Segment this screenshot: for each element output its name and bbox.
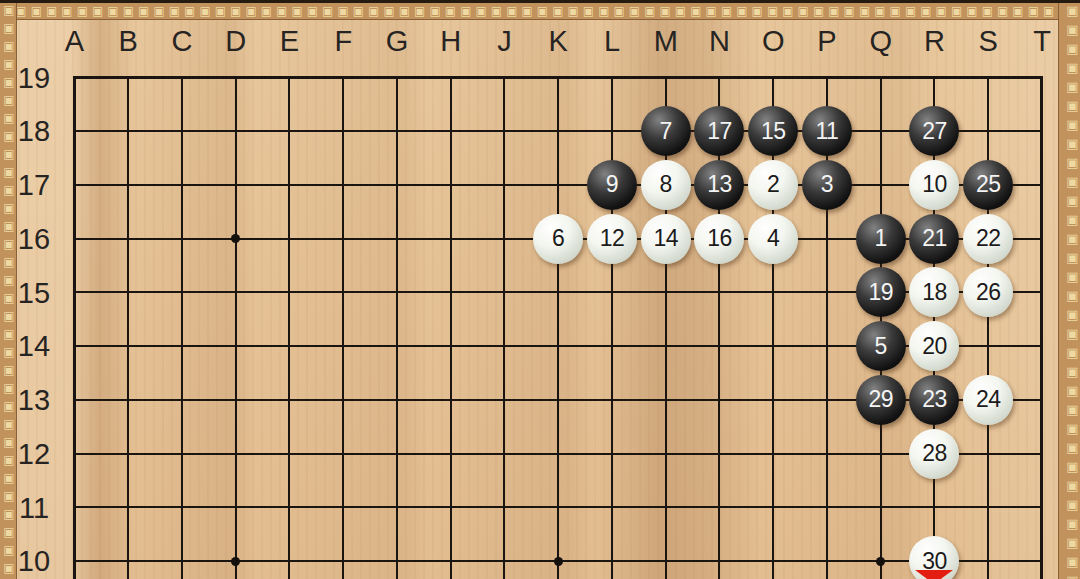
move-number: 19 — [868, 279, 893, 306]
intersection-J18[interactable] — [478, 104, 532, 158]
intersection-C15[interactable] — [155, 266, 209, 320]
black-stone-N17[interactable]: 13 — [694, 160, 744, 210]
intersection-K18[interactable] — [531, 104, 585, 158]
intersection-S16[interactable]: 22 — [961, 212, 1015, 266]
white-stone-K16[interactable]: 6 — [533, 214, 583, 264]
intersection-R14[interactable]: 20 — [908, 319, 962, 373]
intersection-H17[interactable] — [424, 158, 478, 212]
star-point-K10 — [554, 557, 563, 566]
intersection-F10[interactable] — [316, 534, 370, 579]
black-stone-M18[interactable]: 7 — [641, 106, 691, 156]
intersection-K10[interactable] — [531, 534, 585, 579]
intersection-R16[interactable]: 21 — [908, 212, 962, 266]
intersection-P11[interactable] — [800, 481, 854, 535]
intersection-C11[interactable] — [155, 481, 209, 535]
intersection-Q14[interactable]: 5 — [854, 319, 908, 373]
intersection-A18[interactable] — [48, 104, 102, 158]
intersection-K16[interactable]: 6 — [531, 212, 585, 266]
intersection-M19[interactable] — [639, 51, 693, 105]
intersection-L13[interactable] — [585, 373, 639, 427]
intersection-F16[interactable] — [316, 212, 370, 266]
intersection-C19[interactable] — [155, 51, 209, 105]
intersection-J10[interactable] — [478, 534, 532, 579]
intersection-E13[interactable] — [263, 373, 317, 427]
intersection-S10[interactable] — [961, 534, 1015, 579]
intersection-G13[interactable] — [370, 373, 424, 427]
intersection-S12[interactable] — [961, 427, 1015, 481]
intersection-N19[interactable] — [693, 51, 747, 105]
move-number: 18 — [922, 279, 947, 306]
intersection-D12[interactable] — [209, 427, 263, 481]
move-number: 29 — [868, 386, 893, 413]
intersection-L11[interactable] — [585, 481, 639, 535]
black-stone-Q13[interactable]: 29 — [856, 375, 906, 425]
intersection-O18[interactable]: 15 — [746, 104, 800, 158]
intersection-G10[interactable] — [370, 534, 424, 579]
intersection-P18[interactable]: 11 — [800, 104, 854, 158]
intersection-S13[interactable]: 24 — [961, 373, 1015, 427]
intersection-L10[interactable] — [585, 534, 639, 579]
intersection-J17[interactable] — [478, 158, 532, 212]
black-stone-Q14[interactable]: 5 — [856, 321, 906, 371]
intersection-A13[interactable] — [48, 373, 102, 427]
intersection-F13[interactable] — [316, 373, 370, 427]
move-number: 24 — [976, 386, 1001, 413]
intersection-G15[interactable] — [370, 266, 424, 320]
move-number: 26 — [976, 279, 1001, 306]
intersection-O12[interactable] — [746, 427, 800, 481]
intersection-K15[interactable] — [531, 266, 585, 320]
intersection-C10[interactable] — [155, 534, 209, 579]
move-number: 22 — [976, 225, 1001, 252]
white-stone-N16[interactable]: 16 — [694, 214, 744, 264]
intersection-C16[interactable] — [155, 212, 209, 266]
black-stone-Q15[interactable]: 19 — [856, 267, 906, 317]
top-border-line — [0, 0, 1080, 3]
intersection-B15[interactable] — [101, 266, 155, 320]
intersection-Q11[interactable] — [854, 481, 908, 535]
intersection-D16[interactable] — [209, 212, 263, 266]
intersection-R10[interactable]: 30 — [908, 534, 962, 579]
intersection-B12[interactable] — [101, 427, 155, 481]
intersection-F11[interactable] — [316, 481, 370, 535]
intersection-F17[interactable] — [316, 158, 370, 212]
intersection-J16[interactable] — [478, 212, 532, 266]
intersection-O15[interactable] — [746, 266, 800, 320]
move-number: 21 — [922, 225, 947, 252]
white-stone-M16[interactable]: 14 — [641, 214, 691, 264]
intersection-S14[interactable] — [961, 319, 1015, 373]
intersection-K13[interactable] — [531, 373, 585, 427]
intersection-N18[interactable]: 17 — [693, 104, 747, 158]
intersection-Q13[interactable]: 29 — [854, 373, 908, 427]
intersection-B11[interactable] — [101, 481, 155, 535]
intersection-H18[interactable] — [424, 104, 478, 158]
intersection-M15[interactable] — [639, 266, 693, 320]
intersection-N17[interactable]: 13 — [693, 158, 747, 212]
intersection-Q18[interactable] — [854, 104, 908, 158]
intersection-P16[interactable] — [800, 212, 854, 266]
intersection-O16[interactable]: 4 — [746, 212, 800, 266]
black-stone-P18[interactable]: 11 — [802, 106, 852, 156]
intersection-P13[interactable] — [800, 373, 854, 427]
intersection-M11[interactable] — [639, 481, 693, 535]
move-number: 15 — [761, 118, 786, 145]
intersection-K19[interactable] — [531, 51, 585, 105]
intersection-N12[interactable] — [693, 427, 747, 481]
intersection-J11[interactable] — [478, 481, 532, 535]
move-number: 12 — [600, 225, 625, 252]
intersection-H15[interactable] — [424, 266, 478, 320]
intersection-S18[interactable] — [961, 104, 1015, 158]
intersection-R19[interactable] — [908, 51, 962, 105]
white-stone-M17[interactable]: 8 — [641, 160, 691, 210]
black-stone-N18[interactable]: 17 — [694, 106, 744, 156]
star-point-D10 — [231, 557, 240, 566]
intersection-L16[interactable]: 12 — [585, 212, 639, 266]
intersection-B14[interactable] — [101, 319, 155, 373]
intersection-A19[interactable] — [48, 51, 102, 105]
intersection-O19[interactable] — [746, 51, 800, 105]
intersection-E17[interactable] — [263, 158, 317, 212]
intersection-S17[interactable]: 25 — [961, 158, 1015, 212]
intersection-L17[interactable]: 9 — [585, 158, 639, 212]
move-number: 2 — [767, 171, 779, 198]
intersection-H11[interactable] — [424, 481, 478, 535]
intersection-M16[interactable]: 14 — [639, 212, 693, 266]
intersection-C13[interactable] — [155, 373, 209, 427]
intersection-O10[interactable] — [746, 534, 800, 579]
intersection-A10[interactable] — [48, 534, 102, 579]
move-number: 27 — [922, 118, 947, 145]
intersection-A14[interactable] — [48, 319, 102, 373]
intersection-B10[interactable] — [101, 534, 155, 579]
intersection-A15[interactable] — [48, 266, 102, 320]
intersection-H16[interactable] — [424, 212, 478, 266]
white-stone-S13[interactable]: 24 — [963, 375, 1013, 425]
intersection-B16[interactable] — [101, 212, 155, 266]
intersection-M12[interactable] — [639, 427, 693, 481]
intersection-E12[interactable] — [263, 427, 317, 481]
black-stone-P17[interactable]: 3 — [802, 160, 852, 210]
intersection-A17[interactable] — [48, 158, 102, 212]
move-number: 23 — [922, 386, 947, 413]
intersection-G17[interactable] — [370, 158, 424, 212]
intersection-R18[interactable]: 27 — [908, 104, 962, 158]
intersection-B18[interactable] — [101, 104, 155, 158]
intersection-Q12[interactable] — [854, 427, 908, 481]
board: 7171511279813231025612141641212219182652… — [48, 51, 1069, 579]
move-number: 4 — [767, 225, 779, 252]
intersection-R17[interactable]: 10 — [908, 158, 962, 212]
intersection-N10[interactable] — [693, 534, 747, 579]
intersection-J14[interactable] — [478, 319, 532, 373]
move-number: 11 — [816, 118, 839, 145]
intersection-C14[interactable] — [155, 319, 209, 373]
intersection-R13[interactable]: 23 — [908, 373, 962, 427]
intersection-E19[interactable] — [263, 51, 317, 105]
intersection-E16[interactable] — [263, 212, 317, 266]
intersection-N14[interactable] — [693, 319, 747, 373]
intersection-F18[interactable] — [316, 104, 370, 158]
move-number: 7 — [660, 118, 672, 145]
white-stone-R14[interactable]: 20 — [909, 321, 959, 371]
intersection-M18[interactable]: 7 — [639, 104, 693, 158]
intersection-F12[interactable] — [316, 427, 370, 481]
intersection-D17[interactable] — [209, 158, 263, 212]
intersection-J15[interactable] — [478, 266, 532, 320]
intersection-O17[interactable]: 2 — [746, 158, 800, 212]
move-number: 10 — [922, 171, 947, 198]
intersection-L12[interactable] — [585, 427, 639, 481]
intersection-J12[interactable] — [478, 427, 532, 481]
intersection-E18[interactable] — [263, 104, 317, 158]
intersection-P12[interactable] — [800, 427, 854, 481]
intersection-K14[interactable] — [531, 319, 585, 373]
black-stone-R16[interactable]: 21 — [909, 214, 959, 264]
intersection-Q10[interactable] — [854, 534, 908, 579]
intersection-E11[interactable] — [263, 481, 317, 535]
intersection-D15[interactable] — [209, 266, 263, 320]
intersection-F19[interactable] — [316, 51, 370, 105]
intersection-L19[interactable] — [585, 51, 639, 105]
intersection-P19[interactable] — [800, 51, 854, 105]
intersection-C18[interactable] — [155, 104, 209, 158]
intersection-C17[interactable] — [155, 158, 209, 212]
intersection-E15[interactable] — [263, 266, 317, 320]
intersection-N15[interactable] — [693, 266, 747, 320]
intersection-Q17[interactable] — [854, 158, 908, 212]
white-stone-S16[interactable]: 22 — [963, 214, 1013, 264]
intersection-D13[interactable] — [209, 373, 263, 427]
white-stone-O17[interactable]: 2 — [748, 160, 798, 210]
intersection-A12[interactable] — [48, 427, 102, 481]
intersection-P10[interactable] — [800, 534, 854, 579]
intersection-D10[interactable] — [209, 534, 263, 579]
intersection-L14[interactable] — [585, 319, 639, 373]
intersection-B19[interactable] — [101, 51, 155, 105]
intersection-R15[interactable]: 18 — [908, 266, 962, 320]
intersection-S19[interactable] — [961, 51, 1015, 105]
move-number: 6 — [552, 225, 564, 252]
intersection-A16[interactable] — [48, 212, 102, 266]
white-stone-L16[interactable]: 12 — [587, 214, 637, 264]
star-point-D16 — [231, 234, 240, 243]
decorative-meander-border-top: ▣▣▣▣▣▣▣▣▣▣▣▣▣▣▣▣▣▣▣▣▣▣▣▣▣▣▣▣▣▣▣▣▣▣▣▣▣▣▣▣… — [0, 3, 1080, 20]
intersection-H13[interactable] — [424, 373, 478, 427]
star-point-Q10 — [876, 557, 885, 566]
intersection-H19[interactable] — [424, 51, 478, 105]
intersection-M10[interactable] — [639, 534, 693, 579]
intersection-O13[interactable] — [746, 373, 800, 427]
move-number: 25 — [976, 171, 1001, 198]
intersection-C12[interactable] — [155, 427, 209, 481]
move-number: 30 — [922, 548, 947, 575]
move-number: 8 — [660, 171, 672, 198]
intersection-O14[interactable] — [746, 319, 800, 373]
intersection-D19[interactable] — [209, 51, 263, 105]
move-number: 1 — [875, 225, 887, 252]
move-number: 20 — [922, 333, 947, 360]
intersection-D14[interactable] — [209, 319, 263, 373]
black-stone-O18[interactable]: 15 — [748, 106, 798, 156]
go-board-screen: ▣▣▣▣▣▣▣▣▣▣▣▣▣▣▣▣▣▣▣▣▣▣▣▣▣▣▣▣▣▣▣▣▣▣▣▣▣▣▣▣… — [0, 0, 1080, 579]
move-number: 16 — [707, 225, 732, 252]
intersection-L18[interactable] — [585, 104, 639, 158]
intersection-H14[interactable] — [424, 319, 478, 373]
intersection-P15[interactable] — [800, 266, 854, 320]
black-stone-R13[interactable]: 23 — [909, 375, 959, 425]
intersection-S15[interactable]: 26 — [961, 266, 1015, 320]
white-stone-R15[interactable]: 18 — [909, 267, 959, 317]
intersection-G19[interactable] — [370, 51, 424, 105]
intersection-N16[interactable]: 16 — [693, 212, 747, 266]
black-stone-S17[interactable]: 25 — [963, 160, 1013, 210]
intersection-M14[interactable] — [639, 319, 693, 373]
intersection-F15[interactable] — [316, 266, 370, 320]
move-number: 28 — [922, 440, 947, 467]
intersection-B17[interactable] — [101, 158, 155, 212]
intersection-R11[interactable] — [908, 481, 962, 535]
intersection-E10[interactable] — [263, 534, 317, 579]
white-stone-R12[interactable]: 28 — [909, 429, 959, 479]
intersection-D11[interactable] — [209, 481, 263, 535]
white-stone-O16[interactable]: 4 — [748, 214, 798, 264]
intersection-K11[interactable] — [531, 481, 585, 535]
decorative-meander-border-left: ▣▣▣▣▣▣▣▣▣▣▣▣▣▣▣▣▣▣▣▣▣▣▣▣▣▣▣▣▣▣▣▣▣▣▣▣▣▣▣▣… — [0, 3, 17, 579]
intersection-H10[interactable] — [424, 534, 478, 579]
move-number: 3 — [821, 171, 833, 198]
intersection-E14[interactable] — [263, 319, 317, 373]
intersection-L15[interactable] — [585, 266, 639, 320]
intersection-G14[interactable] — [370, 319, 424, 373]
intersection-A11[interactable] — [48, 481, 102, 535]
intersection-J13[interactable] — [478, 373, 532, 427]
black-stone-Q16[interactable]: 1 — [856, 214, 906, 264]
intersection-G18[interactable] — [370, 104, 424, 158]
intersection-B13[interactable] — [101, 373, 155, 427]
intersection-M13[interactable] — [639, 373, 693, 427]
move-number: 9 — [606, 171, 618, 198]
intersection-P14[interactable] — [800, 319, 854, 373]
white-stone-R10[interactable]: 30 — [909, 536, 959, 579]
intersection-R12[interactable]: 28 — [908, 427, 962, 481]
move-number: 5 — [875, 333, 887, 360]
intersection-K17[interactable] — [531, 158, 585, 212]
intersection-Q15[interactable]: 19 — [854, 266, 908, 320]
intersection-D18[interactable] — [209, 104, 263, 158]
intersection-H12[interactable] — [424, 427, 478, 481]
intersection-O11[interactable] — [746, 481, 800, 535]
decorative-meander-border-right: ▣▣▣▣▣▣▣▣▣▣▣▣▣▣▣▣▣▣▣▣▣▣▣▣▣▣▣▣▣▣▣▣▣▣▣▣▣▣▣▣… — [1058, 3, 1080, 579]
intersection-G11[interactable] — [370, 481, 424, 535]
move-number: 14 — [653, 225, 678, 252]
white-stone-S15[interactable]: 26 — [963, 267, 1013, 317]
intersection-M17[interactable]: 8 — [639, 158, 693, 212]
intersection-N13[interactable] — [693, 373, 747, 427]
white-stone-R17[interactable]: 10 — [909, 160, 959, 210]
intersection-P17[interactable]: 3 — [800, 158, 854, 212]
black-stone-L17[interactable]: 9 — [587, 160, 637, 210]
intersection-Q19[interactable] — [854, 51, 908, 105]
intersection-G16[interactable] — [370, 212, 424, 266]
black-stone-R18[interactable]: 27 — [909, 106, 959, 156]
intersection-J19[interactable] — [478, 51, 532, 105]
intersection-F14[interactable] — [316, 319, 370, 373]
move-number: 17 — [707, 118, 732, 145]
intersection-S11[interactable] — [961, 481, 1015, 535]
intersection-G12[interactable] — [370, 427, 424, 481]
move-number: 13 — [707, 171, 732, 198]
intersection-K12[interactable] — [531, 427, 585, 481]
intersection-N11[interactable] — [693, 481, 747, 535]
intersection-Q16[interactable]: 1 — [854, 212, 908, 266]
